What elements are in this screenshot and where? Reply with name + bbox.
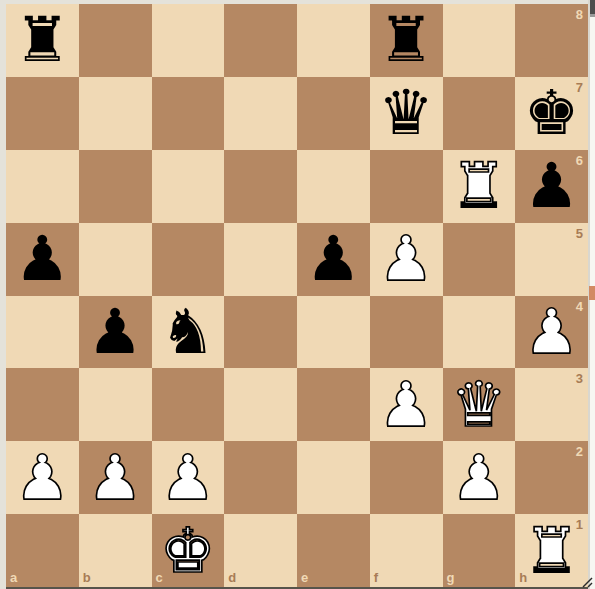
- piece-black-rook[interactable]: ♜: [15, 9, 71, 71]
- file-label-d: d: [228, 571, 236, 584]
- square-g2[interactable]: ♟: [443, 441, 516, 514]
- scroll-marker: [589, 286, 595, 300]
- square-a5[interactable]: ♟: [6, 223, 79, 296]
- square-b5[interactable]: [79, 223, 152, 296]
- square-h8[interactable]: 8: [515, 4, 588, 77]
- piece-white-pawn[interactable]: ♟: [524, 301, 580, 363]
- file-label-f: f: [374, 571, 378, 584]
- rank-label-2: 2: [576, 445, 583, 458]
- square-d4[interactable]: [224, 296, 297, 369]
- square-c6[interactable]: [152, 150, 225, 223]
- square-f6[interactable]: [370, 150, 443, 223]
- square-f4[interactable]: [370, 296, 443, 369]
- piece-white-king[interactable]: ♚: [160, 520, 216, 582]
- square-d2[interactable]: [224, 441, 297, 514]
- piece-white-pawn[interactable]: ♟: [378, 374, 434, 436]
- square-e6[interactable]: [297, 150, 370, 223]
- square-b8[interactable]: [79, 4, 152, 77]
- piece-white-rook[interactable]: ♜: [451, 155, 507, 217]
- square-b1[interactable]: b: [79, 514, 152, 587]
- square-g7[interactable]: [443, 77, 516, 150]
- square-a4[interactable]: [6, 296, 79, 369]
- square-c1[interactable]: ♚c: [152, 514, 225, 587]
- piece-black-rook[interactable]: ♜: [378, 9, 434, 71]
- piece-white-pawn[interactable]: ♟: [378, 228, 434, 290]
- file-label-g: g: [447, 571, 455, 584]
- file-label-e: e: [301, 571, 308, 584]
- square-d1[interactable]: d: [224, 514, 297, 587]
- square-a8[interactable]: ♜: [6, 4, 79, 77]
- square-h6[interactable]: ♟6: [515, 150, 588, 223]
- square-b2[interactable]: ♟: [79, 441, 152, 514]
- square-f1[interactable]: f: [370, 514, 443, 587]
- file-label-b: b: [83, 571, 91, 584]
- square-a2[interactable]: ♟: [6, 441, 79, 514]
- square-h1[interactable]: ♜1h: [515, 514, 588, 587]
- square-b4[interactable]: ♟: [79, 296, 152, 369]
- square-h3[interactable]: 3: [515, 368, 588, 441]
- square-c4[interactable]: ♞: [152, 296, 225, 369]
- piece-black-pawn[interactable]: ♟: [524, 155, 580, 217]
- square-f8[interactable]: ♜: [370, 4, 443, 77]
- square-c2[interactable]: ♟: [152, 441, 225, 514]
- board-resize-grip-icon[interactable]: [580, 574, 593, 587]
- square-d3[interactable]: [224, 368, 297, 441]
- square-c5[interactable]: [152, 223, 225, 296]
- piece-black-pawn[interactable]: ♟: [306, 228, 362, 290]
- right-edge-strip: [588, 0, 595, 589]
- piece-white-queen[interactable]: ♛: [451, 374, 507, 436]
- square-g4[interactable]: [443, 296, 516, 369]
- piece-white-pawn[interactable]: ♟: [451, 447, 507, 509]
- piece-black-knight[interactable]: ♞: [160, 301, 216, 363]
- piece-white-pawn[interactable]: ♟: [87, 447, 143, 509]
- square-f3[interactable]: ♟: [370, 368, 443, 441]
- square-g8[interactable]: [443, 4, 516, 77]
- square-a6[interactable]: [6, 150, 79, 223]
- square-h5[interactable]: 5: [515, 223, 588, 296]
- square-e1[interactable]: e: [297, 514, 370, 587]
- square-e3[interactable]: [297, 368, 370, 441]
- square-d6[interactable]: [224, 150, 297, 223]
- square-h4[interactable]: ♟4: [515, 296, 588, 369]
- chess-board: ♜♜8♛♚7♜♟6♟♟♟5♟♞♟4♟♛3♟♟♟♟2ab♚cdefg♜1h: [6, 4, 588, 587]
- square-f2[interactable]: [370, 441, 443, 514]
- square-h7[interactable]: ♚7: [515, 77, 588, 150]
- square-c3[interactable]: [152, 368, 225, 441]
- square-e4[interactable]: [297, 296, 370, 369]
- square-d5[interactable]: [224, 223, 297, 296]
- square-h2[interactable]: 2: [515, 441, 588, 514]
- piece-black-pawn[interactable]: ♟: [15, 228, 71, 290]
- square-e8[interactable]: [297, 4, 370, 77]
- scrollbar-thumb[interactable]: [590, 0, 595, 17]
- square-g1[interactable]: g: [443, 514, 516, 587]
- rank-label-8: 8: [576, 8, 583, 21]
- piece-white-pawn[interactable]: ♟: [15, 447, 71, 509]
- piece-black-king[interactable]: ♚: [524, 82, 580, 144]
- square-b7[interactable]: [79, 77, 152, 150]
- square-a3[interactable]: [6, 368, 79, 441]
- rank-label-5: 5: [576, 227, 583, 240]
- square-f5[interactable]: ♟: [370, 223, 443, 296]
- piece-black-pawn[interactable]: ♟: [87, 301, 143, 363]
- square-e5[interactable]: ♟: [297, 223, 370, 296]
- square-d8[interactable]: [224, 4, 297, 77]
- square-a1[interactable]: a: [6, 514, 79, 587]
- rank-label-3: 3: [576, 372, 583, 385]
- piece-black-queen[interactable]: ♛: [378, 82, 434, 144]
- square-g6[interactable]: ♜: [443, 150, 516, 223]
- piece-white-rook[interactable]: ♜: [524, 520, 580, 582]
- square-a7[interactable]: [6, 77, 79, 150]
- square-g5[interactable]: [443, 223, 516, 296]
- square-f7[interactable]: ♛: [370, 77, 443, 150]
- square-e7[interactable]: [297, 77, 370, 150]
- page-background: ♜♜8♛♚7♜♟6♟♟♟5♟♞♟4♟♛3♟♟♟♟2ab♚cdefg♜1h: [0, 0, 595, 589]
- square-e2[interactable]: [297, 441, 370, 514]
- square-g3[interactable]: ♛: [443, 368, 516, 441]
- square-c7[interactable]: [152, 77, 225, 150]
- square-b3[interactable]: [79, 368, 152, 441]
- file-label-a: a: [10, 571, 17, 584]
- square-d7[interactable]: [224, 77, 297, 150]
- piece-white-pawn[interactable]: ♟: [160, 447, 216, 509]
- square-b6[interactable]: [79, 150, 152, 223]
- square-c8[interactable]: [152, 4, 225, 77]
